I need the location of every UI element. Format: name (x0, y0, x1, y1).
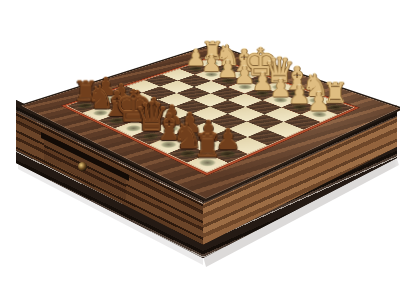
square (246, 100, 282, 114)
square: ♟ (282, 100, 318, 114)
drawer-knob-icon (78, 162, 87, 171)
chess-set-scene: ♜♞♝♚♛♝♞♜♟♟♟♟♟♟♟♟♟♟♟♟♟♟♟♟♜♞♝♚♛♝♞♜ (0, 0, 400, 300)
piece-wQ: ♛ (258, 54, 300, 87)
